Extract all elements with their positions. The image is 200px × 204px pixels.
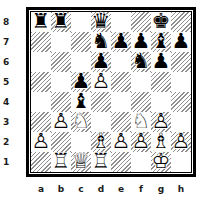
- white-knight[interactable]: ♘: [71, 111, 91, 131]
- rank-label-4: 4: [0, 92, 22, 112]
- white-king[interactable]: ♔: [151, 151, 171, 171]
- square-e1[interactable]: [111, 152, 131, 172]
- white-bishop[interactable]: ♗: [151, 131, 171, 151]
- black-rook[interactable]: ♜: [51, 11, 71, 31]
- square-c7[interactable]: [71, 32, 91, 52]
- square-c8[interactable]: [71, 12, 91, 32]
- rank-label-7: 7: [0, 32, 22, 52]
- square-d4[interactable]: [91, 92, 111, 112]
- square-e7[interactable]: ♟: [111, 32, 131, 52]
- square-d1[interactable]: ♜♖: [91, 152, 111, 172]
- square-e2[interactable]: ♟♙: [111, 132, 131, 152]
- black-bishop[interactable]: ♝: [71, 91, 91, 111]
- square-g5[interactable]: [151, 72, 171, 92]
- square-e4[interactable]: [111, 92, 131, 112]
- square-a5[interactable]: [31, 72, 51, 92]
- square-e5[interactable]: [111, 72, 131, 92]
- white-knight[interactable]: ♘: [131, 111, 151, 131]
- file-label-e: e: [111, 177, 131, 204]
- black-rook[interactable]: ♜: [31, 11, 51, 31]
- white-rook[interactable]: ♖: [51, 151, 71, 171]
- square-h6[interactable]: [171, 52, 191, 72]
- white-pawn[interactable]: ♙: [171, 131, 191, 151]
- rank-label-6: 6: [0, 52, 22, 72]
- square-f2[interactable]: ♟♙: [131, 132, 151, 152]
- square-a2[interactable]: ♟♙: [31, 132, 51, 152]
- square-a4[interactable]: [31, 92, 51, 112]
- chess-board: ♜♜♛♚♞♟♟♝♟♟♞♟♟♟♙♝♟♙♞♘♞♘♟♙♟♙♝♗♟♙♟♙♝♗♟♙♜♖♛♕…: [26, 7, 196, 177]
- chess-diagram: 87654321 ♜♜♛♚♞♟♟♝♟♟♞♟♟♟♙♝♟♙♞♘♞♘♟♙♟♙♝♗♟♙♟…: [0, 0, 200, 204]
- file-label-c: c: [71, 177, 91, 204]
- file-label-f: f: [131, 177, 151, 204]
- white-bishop[interactable]: ♗: [91, 131, 111, 151]
- square-f1[interactable]: [131, 152, 151, 172]
- square-a7[interactable]: [31, 32, 51, 52]
- board-frame: ♜♜♛♚♞♟♟♝♟♟♞♟♟♟♙♝♟♙♞♘♞♘♟♙♟♙♝♗♟♙♟♙♝♗♟♙♜♖♛♕…: [30, 11, 192, 173]
- square-h4[interactable]: [171, 92, 191, 112]
- white-rook[interactable]: ♖: [91, 151, 111, 171]
- white-pawn[interactable]: ♙: [51, 111, 71, 131]
- square-f5[interactable]: [131, 72, 151, 92]
- square-b1[interactable]: ♜♖: [51, 152, 71, 172]
- file-label-d: d: [91, 177, 111, 204]
- rank-labels: 87654321: [0, 12, 22, 172]
- black-pawn[interactable]: ♟: [71, 71, 91, 91]
- black-pawn[interactable]: ♟: [131, 31, 151, 51]
- rank-label-1: 1: [0, 152, 22, 172]
- rank-label-8: 8: [0, 12, 22, 32]
- square-d5[interactable]: ♟♙: [91, 72, 111, 92]
- white-pawn[interactable]: ♙: [111, 131, 131, 151]
- file-label-h: h: [171, 177, 191, 204]
- black-pawn[interactable]: ♟: [151, 51, 171, 71]
- black-pawn[interactable]: ♟: [171, 31, 191, 51]
- square-b5[interactable]: [51, 72, 71, 92]
- black-queen[interactable]: ♛: [91, 11, 111, 31]
- white-queen[interactable]: ♕: [71, 151, 91, 171]
- square-b8[interactable]: ♜: [51, 12, 71, 32]
- square-g1[interactable]: ♚♔: [151, 152, 171, 172]
- board-grid: ♜♜♛♚♞♟♟♝♟♟♞♟♟♟♙♝♟♙♞♘♞♘♟♙♟♙♝♗♟♙♟♙♝♗♟♙♜♖♛♕…: [31, 12, 191, 172]
- square-b6[interactable]: [51, 52, 71, 72]
- rank-label-3: 3: [0, 112, 22, 132]
- square-c3[interactable]: ♞♘: [71, 112, 91, 132]
- file-labels: abcdefgh: [31, 177, 191, 204]
- black-bishop[interactable]: ♝: [151, 31, 171, 51]
- black-pawn[interactable]: ♟: [91, 51, 111, 71]
- square-a8[interactable]: ♜: [31, 12, 51, 32]
- white-pawn[interactable]: ♙: [31, 131, 51, 151]
- file-label-a: a: [31, 177, 51, 204]
- black-knight[interactable]: ♞: [91, 31, 111, 51]
- square-h5[interactable]: [171, 72, 191, 92]
- black-pawn[interactable]: ♟: [111, 31, 131, 51]
- square-h2[interactable]: ♟♙: [171, 132, 191, 152]
- square-h1[interactable]: [171, 152, 191, 172]
- square-b7[interactable]: [51, 32, 71, 52]
- file-label-b: b: [51, 177, 71, 204]
- rank-label-2: 2: [0, 132, 22, 152]
- black-knight[interactable]: ♞: [131, 51, 151, 71]
- square-c1[interactable]: ♛♕: [71, 152, 91, 172]
- square-b3[interactable]: ♟♙: [51, 112, 71, 132]
- white-pawn[interactable]: ♙: [151, 111, 171, 131]
- square-h7[interactable]: ♟: [171, 32, 191, 52]
- white-pawn[interactable]: ♙: [131, 131, 151, 151]
- file-label-g: g: [151, 177, 171, 204]
- white-pawn[interactable]: ♙: [91, 71, 111, 91]
- black-king[interactable]: ♚: [151, 11, 171, 31]
- square-g6[interactable]: ♟: [151, 52, 171, 72]
- square-f6[interactable]: ♞: [131, 52, 151, 72]
- square-e6[interactable]: [111, 52, 131, 72]
- square-a6[interactable]: [31, 52, 51, 72]
- rank-label-5: 5: [0, 72, 22, 92]
- square-a1[interactable]: [31, 152, 51, 172]
